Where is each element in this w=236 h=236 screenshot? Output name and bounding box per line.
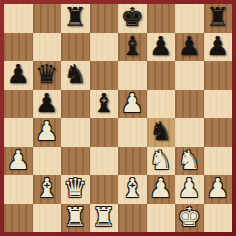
white-pawn[interactable]: ♟ [149, 175, 172, 202]
square-f1[interactable] [147, 204, 176, 233]
square-a5[interactable] [4, 90, 33, 119]
square-c6[interactable]: ♞ [61, 61, 90, 90]
black-pawn[interactable]: ♟ [35, 90, 58, 117]
square-d2[interactable] [90, 175, 119, 204]
square-e3[interactable] [118, 147, 147, 176]
square-c2[interactable]: ♛ [61, 175, 90, 204]
square-c4[interactable] [61, 118, 90, 147]
square-c5[interactable] [61, 90, 90, 119]
white-pawn[interactable]: ♟ [206, 175, 229, 202]
square-b8[interactable] [33, 4, 62, 33]
chess-board: ♜♚♜♝♟♟♟♟♛♞♟♝♟♟♞♟♞♞♝♛♝♟♟♟♜♜♚ [4, 4, 232, 232]
square-f5[interactable] [147, 90, 176, 119]
square-e5[interactable]: ♟ [118, 90, 147, 119]
white-knight[interactable]: ♞ [149, 147, 172, 174]
black-pawn[interactable]: ♟ [178, 33, 201, 60]
square-f7[interactable]: ♟ [147, 33, 176, 62]
square-g7[interactable]: ♟ [175, 33, 204, 62]
square-d7[interactable] [90, 33, 119, 62]
square-f4[interactable]: ♞ [147, 118, 176, 147]
black-king[interactable]: ♚ [121, 4, 144, 31]
square-d3[interactable] [90, 147, 119, 176]
square-h1[interactable] [204, 204, 233, 233]
square-g4[interactable] [175, 118, 204, 147]
white-queen[interactable]: ♛ [64, 175, 87, 202]
square-e1[interactable] [118, 204, 147, 233]
square-b1[interactable] [33, 204, 62, 233]
black-rook[interactable]: ♜ [64, 4, 87, 31]
square-e6[interactable] [118, 61, 147, 90]
black-pawn[interactable]: ♟ [7, 61, 30, 88]
square-h8[interactable]: ♜ [204, 4, 233, 33]
square-g5[interactable] [175, 90, 204, 119]
square-b3[interactable] [33, 147, 62, 176]
square-d8[interactable] [90, 4, 119, 33]
square-e8[interactable]: ♚ [118, 4, 147, 33]
square-f2[interactable]: ♟ [147, 175, 176, 204]
black-queen[interactable]: ♛ [35, 61, 58, 88]
square-b6[interactable]: ♛ [33, 61, 62, 90]
square-e4[interactable] [118, 118, 147, 147]
white-bishop[interactable]: ♝ [121, 175, 144, 202]
white-rook[interactable]: ♜ [92, 204, 115, 231]
square-f8[interactable] [147, 4, 176, 33]
square-a4[interactable] [4, 118, 33, 147]
square-c8[interactable]: ♜ [61, 4, 90, 33]
square-d6[interactable] [90, 61, 119, 90]
black-bishop[interactable]: ♝ [92, 90, 115, 117]
square-g1[interactable]: ♚ [175, 204, 204, 233]
square-c3[interactable] [61, 147, 90, 176]
square-b4[interactable]: ♟ [33, 118, 62, 147]
black-knight[interactable]: ♞ [64, 61, 87, 88]
square-a3[interactable]: ♟ [4, 147, 33, 176]
square-h5[interactable] [204, 90, 233, 119]
square-d5[interactable]: ♝ [90, 90, 119, 119]
square-g6[interactable] [175, 61, 204, 90]
white-pawn[interactable]: ♟ [35, 118, 58, 145]
white-bishop[interactable]: ♝ [35, 175, 58, 202]
square-f3[interactable]: ♞ [147, 147, 176, 176]
black-pawn[interactable]: ♟ [206, 33, 229, 60]
square-b2[interactable]: ♝ [33, 175, 62, 204]
white-pawn[interactable]: ♟ [7, 147, 30, 174]
square-g3[interactable]: ♞ [175, 147, 204, 176]
square-b5[interactable]: ♟ [33, 90, 62, 119]
square-a6[interactable]: ♟ [4, 61, 33, 90]
square-g8[interactable] [175, 4, 204, 33]
square-e7[interactable]: ♝ [118, 33, 147, 62]
black-bishop[interactable]: ♝ [121, 33, 144, 60]
square-a1[interactable] [4, 204, 33, 233]
square-d1[interactable]: ♜ [90, 204, 119, 233]
white-rook[interactable]: ♜ [64, 204, 87, 231]
square-f6[interactable] [147, 61, 176, 90]
square-g2[interactable]: ♟ [175, 175, 204, 204]
square-a7[interactable] [4, 33, 33, 62]
square-h3[interactable] [204, 147, 233, 176]
square-h2[interactable]: ♟ [204, 175, 233, 204]
board-frame: ♜♚♜♝♟♟♟♟♛♞♟♝♟♟♞♟♞♞♝♛♝♟♟♟♜♜♚ [0, 0, 236, 236]
square-h7[interactable]: ♟ [204, 33, 233, 62]
white-pawn[interactable]: ♟ [178, 175, 201, 202]
square-c7[interactable] [61, 33, 90, 62]
white-pawn[interactable]: ♟ [121, 90, 144, 117]
square-e2[interactable]: ♝ [118, 175, 147, 204]
square-h6[interactable] [204, 61, 233, 90]
black-pawn[interactable]: ♟ [149, 33, 172, 60]
square-a8[interactable] [4, 4, 33, 33]
square-d4[interactable] [90, 118, 119, 147]
square-b7[interactable] [33, 33, 62, 62]
white-king[interactable]: ♚ [178, 204, 201, 231]
square-a2[interactable] [4, 175, 33, 204]
white-knight[interactable]: ♞ [178, 147, 201, 174]
black-rook[interactable]: ♜ [206, 4, 229, 31]
square-c1[interactable]: ♜ [61, 204, 90, 233]
black-knight[interactable]: ♞ [149, 118, 172, 145]
square-h4[interactable] [204, 118, 233, 147]
